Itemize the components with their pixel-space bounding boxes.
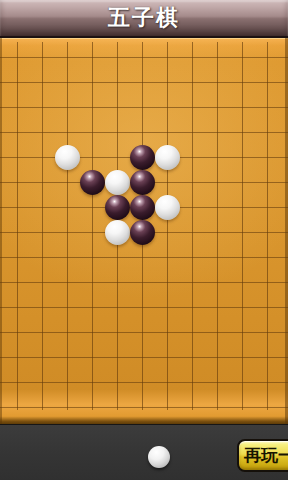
grid-line [167, 42, 168, 410]
grid-line [267, 42, 268, 410]
black-stone: ● [80, 170, 105, 195]
white-stone: ○ [55, 145, 80, 170]
grid-line [242, 42, 243, 410]
grid-line [92, 42, 93, 410]
grid-line [17, 42, 18, 410]
page-title: 五子棋 [0, 0, 288, 36]
black-stone: ● [105, 195, 130, 220]
grid-line [0, 407, 288, 408]
white-stone: ○ [155, 195, 180, 220]
grid-line [67, 42, 68, 410]
grid-line [0, 307, 288, 308]
white-stone: ○ [105, 170, 130, 195]
grid-line [0, 132, 288, 133]
white-stone: ○ [105, 220, 130, 245]
grid-line [0, 382, 288, 383]
grid-line [0, 57, 288, 58]
title-bar: 五子棋 [0, 0, 288, 38]
black-stone: ● [130, 195, 155, 220]
grid-line [192, 42, 193, 410]
gomoku-app: 五子棋 ○●○●○●●●○○● ○ 再玩一 [0, 0, 288, 480]
play-again-label: 再玩一 [239, 441, 288, 470]
grid-line [217, 42, 218, 410]
bottom-bar: ○ 再玩一 [0, 424, 288, 480]
grid-line [0, 107, 288, 108]
black-stone: ● [130, 170, 155, 195]
grid-line [42, 42, 43, 410]
grid-line [0, 332, 288, 333]
black-stone: ● [130, 145, 155, 170]
gomoku-board[interactable]: ○●○●○●●●○○● [0, 38, 288, 424]
white-stone: ○ [155, 145, 180, 170]
black-stone: ● [130, 220, 155, 245]
turn-indicator-white-stone: ○ [148, 446, 170, 468]
grid-line [0, 257, 288, 258]
play-again-button[interactable]: 再玩一 [237, 439, 288, 472]
grid-line [0, 282, 288, 283]
grid-line [0, 357, 288, 358]
grid-line [0, 82, 288, 83]
